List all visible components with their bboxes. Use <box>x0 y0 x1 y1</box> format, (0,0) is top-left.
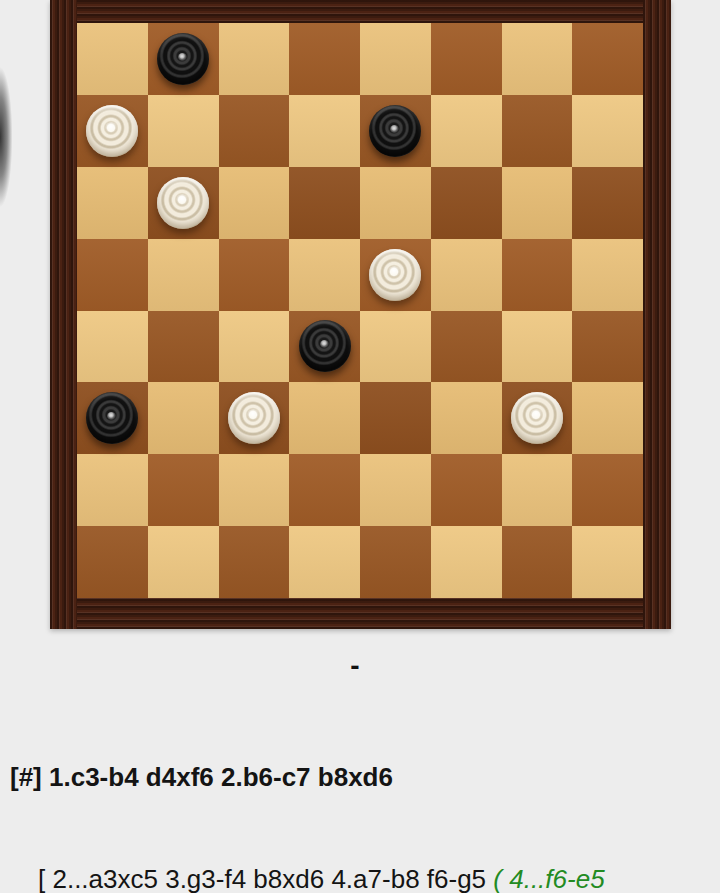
square-a8[interactable] <box>77 23 148 95</box>
square-c7[interactable] <box>219 95 290 167</box>
square-e7[interactable]: ⛂ <box>360 95 431 167</box>
checker-white-man-c3[interactable]: ⛀ <box>228 392 280 444</box>
square-f4[interactable] <box>431 311 502 383</box>
square-e6[interactable] <box>360 167 431 239</box>
square-d1[interactable] <box>289 526 360 598</box>
square-a6[interactable] <box>77 167 148 239</box>
checker-black-man-b8[interactable]: ⛂ <box>157 33 209 85</box>
move-status-dash: - <box>0 650 710 682</box>
square-g2[interactable] <box>502 454 573 526</box>
board-frame-right <box>643 0 671 629</box>
checker-black-man-e7[interactable]: ⛂ <box>369 105 421 157</box>
square-c8[interactable] <box>219 23 290 95</box>
square-c2[interactable] <box>219 454 290 526</box>
square-b2[interactable] <box>148 454 219 526</box>
square-f6[interactable] <box>431 167 502 239</box>
square-c5[interactable] <box>219 239 290 311</box>
square-e2[interactable] <box>360 454 431 526</box>
square-d3[interactable] <box>289 382 360 454</box>
square-g7[interactable] <box>502 95 573 167</box>
square-h1[interactable] <box>572 526 643 598</box>
square-d6[interactable] <box>289 167 360 239</box>
checker-white-man-a7[interactable]: ⛀ <box>86 105 138 157</box>
square-a1[interactable] <box>77 526 148 598</box>
square-b3[interactable] <box>148 382 219 454</box>
variation-line[interactable]: [ 2...a3xc5 3.g3-f4 b8xd6 4.a7-b8 f6-g5 … <box>0 862 712 893</box>
square-a4[interactable] <box>77 311 148 383</box>
checker-black-man-a3[interactable]: ⛂ <box>86 392 138 444</box>
square-b5[interactable] <box>148 239 219 311</box>
square-h4[interactable] <box>572 311 643 383</box>
variation-container: [ 2...a3xc5 3.g3-f4 b8xd6 4.a7-b8 f6-g5 … <box>0 862 712 893</box>
square-g5[interactable] <box>502 239 573 311</box>
checker-white-man-e5[interactable]: ⛀ <box>369 249 421 301</box>
checker-white-man-b6[interactable]: ⛀ <box>157 177 209 229</box>
main-line-moves[interactable]: [#] 1.c3-b4 d4xf6 2.b6-c7 b8xd6 <box>0 760 712 794</box>
square-g4[interactable] <box>502 311 573 383</box>
square-b6[interactable]: ⛀ <box>148 167 219 239</box>
move-text-segment: [ 2...a3xc5 3.g3-f4 b8xd6 4.a7-b8 f6-g5 <box>38 864 493 893</box>
checker-white-man-g3[interactable]: ⛀ <box>511 392 563 444</box>
square-h8[interactable] <box>572 23 643 95</box>
square-c6[interactable] <box>219 167 290 239</box>
square-h5[interactable] <box>572 239 643 311</box>
square-f7[interactable] <box>431 95 502 167</box>
checkers-board: ⛂⛀⛂⛀⛀⛂⛂⛀⛀ <box>50 0 671 629</box>
square-e1[interactable] <box>360 526 431 598</box>
square-a7[interactable]: ⛀ <box>77 95 148 167</box>
square-f3[interactable] <box>431 382 502 454</box>
square-f2[interactable] <box>431 454 502 526</box>
board-frame-top <box>77 0 643 23</box>
square-a5[interactable] <box>77 239 148 311</box>
square-b7[interactable] <box>148 95 219 167</box>
square-c4[interactable] <box>219 311 290 383</box>
checker-black-man-d4[interactable]: ⛂ <box>299 320 351 372</box>
board-grid: ⛂⛀⛂⛀⛀⛂⛂⛀⛀ <box>77 23 643 598</box>
board-frame-left <box>50 0 77 629</box>
square-d7[interactable] <box>289 95 360 167</box>
square-c3[interactable]: ⛀ <box>219 382 290 454</box>
square-g1[interactable] <box>502 526 573 598</box>
square-g8[interactable] <box>502 23 573 95</box>
drawer-edge-shadow <box>0 46 13 228</box>
square-e5[interactable]: ⛀ <box>360 239 431 311</box>
square-b8[interactable]: ⛂ <box>148 23 219 95</box>
square-d4[interactable]: ⛂ <box>289 311 360 383</box>
square-b4[interactable] <box>148 311 219 383</box>
square-h2[interactable] <box>572 454 643 526</box>
square-d2[interactable] <box>289 454 360 526</box>
square-f5[interactable] <box>431 239 502 311</box>
square-b1[interactable] <box>148 526 219 598</box>
square-a3[interactable]: ⛂ <box>77 382 148 454</box>
square-f1[interactable] <box>431 526 502 598</box>
square-d5[interactable] <box>289 239 360 311</box>
square-e4[interactable] <box>360 311 431 383</box>
square-g6[interactable] <box>502 167 573 239</box>
square-f8[interactable] <box>431 23 502 95</box>
app-screen: ⛂⛀⛂⛀⛀⛂⛂⛀⛀ - [#] 1.c3-b4 d4xf6 2.b6-c7 b8… <box>0 0 720 893</box>
square-c1[interactable] <box>219 526 290 598</box>
square-e3[interactable] <box>360 382 431 454</box>
square-h3[interactable] <box>572 382 643 454</box>
board-frame-bottom <box>77 598 643 629</box>
square-g3[interactable]: ⛀ <box>502 382 573 454</box>
square-h6[interactable] <box>572 167 643 239</box>
square-a2[interactable] <box>77 454 148 526</box>
square-e8[interactable] <box>360 23 431 95</box>
move-text-segment: ( 4...f6-e5 <box>493 864 604 893</box>
square-h7[interactable] <box>572 95 643 167</box>
moves-panel: [#] 1.c3-b4 d4xf6 2.b6-c7 b8xd6 [ 2...a3… <box>0 692 712 893</box>
square-d8[interactable] <box>289 23 360 95</box>
